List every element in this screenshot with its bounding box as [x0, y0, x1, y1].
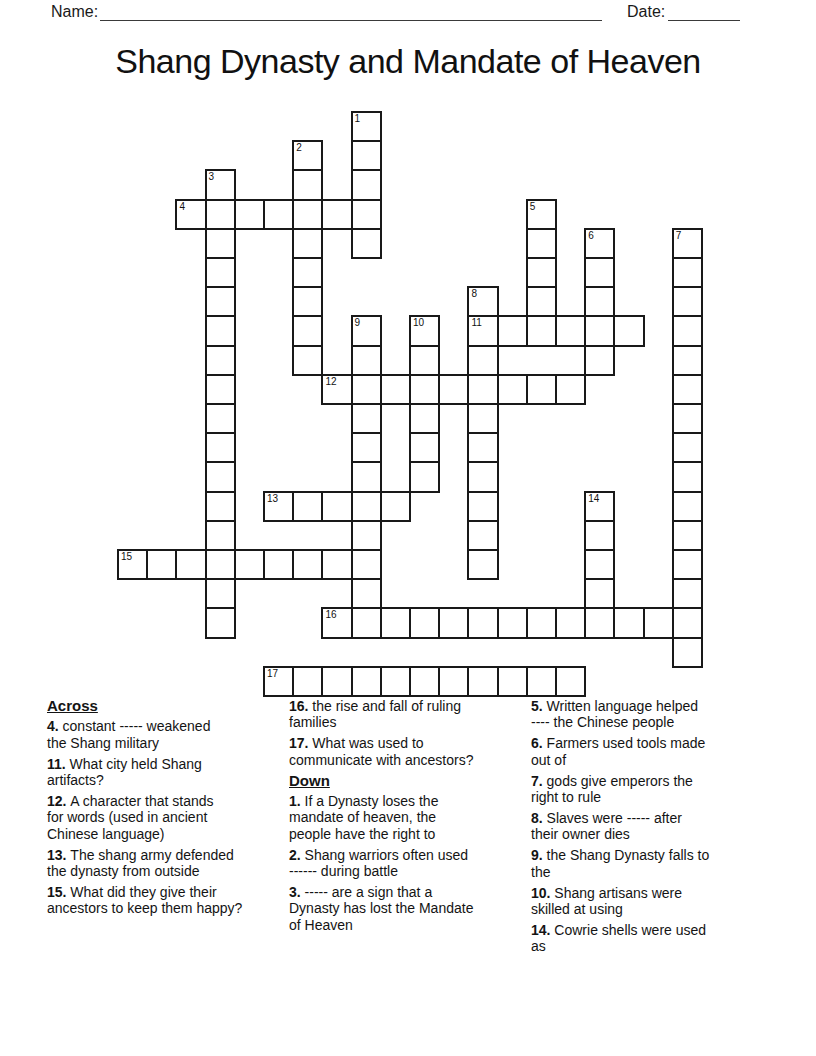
- grid-cell-r18c19[interactable]: [672, 637, 703, 668]
- grid-cell-r14c8[interactable]: [351, 520, 382, 551]
- grid-cell-r17c19[interactable]: [672, 607, 703, 638]
- grid-cell-r16c3[interactable]: [205, 578, 236, 609]
- grid-cell-r19c12[interactable]: [467, 666, 498, 697]
- grid-cell-r15c1[interactable]: [146, 549, 177, 580]
- grid-cell-r12c19[interactable]: [672, 461, 703, 492]
- grid-cell-r13c8[interactable]: [351, 491, 382, 522]
- grid-cell-r4c6[interactable]: [292, 228, 323, 259]
- grid-cell-r7c8[interactable]: 9: [351, 315, 382, 346]
- clue-down-14: 14. Cowrie shells were used as: [531, 922, 773, 955]
- grid-cell-r9c9[interactable]: [380, 374, 411, 405]
- grid-cell-r8c16[interactable]: [584, 345, 615, 376]
- name-label: Name:: [51, 3, 98, 21]
- grid-cell-r5c19[interactable]: [672, 257, 703, 288]
- grid-cell-r17c15[interactable]: [555, 607, 586, 638]
- across-header: Across: [47, 698, 289, 714]
- grid-cell-r17c18[interactable]: [643, 607, 674, 638]
- grid-cell-r19c10[interactable]: [409, 666, 440, 697]
- grid-cell-r13c3[interactable]: [205, 491, 236, 522]
- grid-cell-r6c12[interactable]: 8: [467, 286, 498, 317]
- grid-cell-r13c16[interactable]: 14: [584, 491, 615, 522]
- grid-cell-r2c6[interactable]: [292, 169, 323, 200]
- grid-cell-r9c13[interactable]: [497, 374, 528, 405]
- clue-down-6: 6. Farmers used tools made out of: [531, 735, 773, 768]
- clue-across-15: 15. What did they give their ancestors t…: [47, 884, 289, 917]
- grid-cell-r14c16[interactable]: [584, 520, 615, 551]
- grid-cell-r17c13[interactable]: [497, 607, 528, 638]
- grid-cell-r5c14[interactable]: [526, 257, 557, 288]
- grid-cell-r3c4[interactable]: [234, 199, 265, 230]
- grid-cell-r19c14[interactable]: [526, 666, 557, 697]
- grid-cell-r14c19[interactable]: [672, 520, 703, 551]
- clue-across-17: 17. What was used to communicate with an…: [289, 735, 531, 768]
- grid-cell-r3c14[interactable]: 5: [526, 199, 557, 230]
- grid-cell-r13c9[interactable]: [380, 491, 411, 522]
- grid-cell-r5c3[interactable]: [205, 257, 236, 288]
- grid-cell-r9c15[interactable]: [555, 374, 586, 405]
- grid-cell-r15c6[interactable]: [292, 549, 323, 580]
- grid-cell-r9c10[interactable]: [409, 374, 440, 405]
- clue-across-11: 11. What city held Shang artifacts?: [47, 756, 289, 789]
- grid-cell-r8c10[interactable]: [409, 345, 440, 376]
- cell-number-3: 3: [209, 171, 215, 182]
- grid-cell-r17c14[interactable]: [526, 607, 557, 638]
- grid-cell-r11c12[interactable]: [467, 432, 498, 463]
- grid-cell-r3c5[interactable]: [263, 199, 294, 230]
- grid-cell-r3c2[interactable]: 4: [175, 199, 206, 230]
- grid-cell-r7c6[interactable]: [292, 315, 323, 346]
- grid-cell-r14c12[interactable]: [467, 520, 498, 551]
- grid-cell-r19c6[interactable]: [292, 666, 323, 697]
- grid-cell-r4c3[interactable]: [205, 228, 236, 259]
- grid-cell-r2c8[interactable]: [351, 169, 382, 200]
- grid-cell-r13c5[interactable]: 13: [263, 491, 294, 522]
- grid-cell-r4c8[interactable]: [351, 228, 382, 259]
- grid-cell-r12c12[interactable]: [467, 461, 498, 492]
- grid-cell-r3c7[interactable]: [321, 199, 352, 230]
- grid-cell-r11c10[interactable]: [409, 432, 440, 463]
- cell-number-6: 6: [588, 230, 594, 241]
- grid-cell-r7c13[interactable]: [497, 315, 528, 346]
- grid-cell-r7c17[interactable]: [613, 315, 644, 346]
- cell-number-8: 8: [471, 288, 477, 299]
- grid-cell-r15c8[interactable]: [351, 549, 382, 580]
- grid-cell-r19c15[interactable]: [555, 666, 586, 697]
- grid-cell-r19c9[interactable]: [380, 666, 411, 697]
- grid-cell-r17c12[interactable]: [467, 607, 498, 638]
- grid-cell-r16c16[interactable]: [584, 578, 615, 609]
- grid-cell-r7c16[interactable]: [584, 315, 615, 346]
- grid-cell-r14c3[interactable]: [205, 520, 236, 551]
- clue-down-1: 1. If a Dynasty loses the mandate of hea…: [289, 793, 531, 842]
- grid-cell-r6c3[interactable]: [205, 286, 236, 317]
- cell-number-9: 9: [355, 317, 361, 328]
- grid-cell-r15c2[interactable]: [175, 549, 206, 580]
- grid-cell-r11c19[interactable]: [672, 432, 703, 463]
- grid-cell-r15c16[interactable]: [584, 549, 615, 580]
- grid-cell-r2c3[interactable]: 3: [205, 169, 236, 200]
- grid-cell-r7c19[interactable]: [672, 315, 703, 346]
- cell-number-5: 5: [530, 201, 536, 212]
- grid-cell-r12c10[interactable]: [409, 461, 440, 492]
- cell-number-10: 10: [413, 317, 424, 328]
- grid-cell-r3c3[interactable]: [205, 199, 236, 230]
- grid-cell-r15c3[interactable]: [205, 549, 236, 580]
- grid-cell-r7c10[interactable]: 10: [409, 315, 440, 346]
- clue-down-7: 7. gods give emperors the right to rule: [531, 773, 773, 806]
- cell-number-2: 2: [296, 142, 302, 153]
- grid-cell-r16c19[interactable]: [672, 578, 703, 609]
- page-title: Shang Dynasty and Mandate of Heaven: [0, 42, 816, 81]
- grid-cell-r15c7[interactable]: [321, 549, 352, 580]
- grid-cell-r19c7[interactable]: [321, 666, 352, 697]
- name-write-line[interactable]: [100, 20, 602, 21]
- clue-across-13: 13. The shang army defended the dynasty …: [47, 847, 289, 880]
- grid-cell-r3c6[interactable]: [292, 199, 323, 230]
- grid-cell-r7c12[interactable]: 11: [467, 315, 498, 346]
- grid-cell-r17c11[interactable]: [438, 607, 469, 638]
- cell-number-1: 1: [355, 113, 361, 124]
- grid-cell-r19c5[interactable]: 17: [263, 666, 294, 697]
- cell-number-15: 15: [121, 551, 132, 562]
- grid-cell-r10c12[interactable]: [467, 403, 498, 434]
- grid-cell-r19c13[interactable]: [497, 666, 528, 697]
- cell-number-14: 14: [588, 493, 599, 504]
- grid-cell-r9c14[interactable]: [526, 374, 557, 405]
- grid-cell-r10c19[interactable]: [672, 403, 703, 434]
- grid-cell-r9c7[interactable]: 12: [321, 374, 352, 405]
- grid-cell-r7c14[interactable]: [526, 315, 557, 346]
- grid-cell-r19c11[interactable]: [438, 666, 469, 697]
- grid-cell-r8c19[interactable]: [672, 345, 703, 376]
- grid-cell-r9c12[interactable]: [467, 374, 498, 405]
- clue-down-2: 2. Shang warriors often used ------ duri…: [289, 847, 531, 880]
- date-write-line[interactable]: [668, 20, 740, 21]
- cell-number-7: 7: [676, 230, 682, 241]
- grid-cell-r13c7[interactable]: [321, 491, 352, 522]
- date-label: Date:: [627, 3, 665, 21]
- grid-cell-r11c8[interactable]: [351, 432, 382, 463]
- grid-cell-r8c6[interactable]: [292, 345, 323, 376]
- grid-cell-r7c3[interactable]: [205, 315, 236, 346]
- grid-cell-r15c4[interactable]: [234, 549, 265, 580]
- clue-down-9: 9. the Shang Dynasty falls to the: [531, 847, 773, 880]
- grid-cell-r9c8[interactable]: [351, 374, 382, 405]
- grid-cell-r17c3[interactable]: [205, 607, 236, 638]
- grid-cell-r5c6[interactable]: [292, 257, 323, 288]
- grid-cell-r4c14[interactable]: [526, 228, 557, 259]
- grid-cell-r17c10[interactable]: [409, 607, 440, 638]
- clue-down-10: 10. Shang artisans were skilled at using: [531, 885, 773, 918]
- clue-across-12: 12. A character that stands for words (u…: [47, 793, 289, 842]
- grid-cell-r6c16[interactable]: [584, 286, 615, 317]
- grid-cell-r8c12[interactable]: [467, 345, 498, 376]
- cell-number-17: 17: [267, 668, 278, 679]
- grid-cell-r13c6[interactable]: [292, 491, 323, 522]
- grid-cell-r15c12[interactable]: [467, 549, 498, 580]
- clue-column-1: Across4. constant ----- weakened the Sha…: [47, 698, 289, 921]
- clue-down-8: 8. Slaves were ----- after their owner d…: [531, 810, 773, 843]
- grid-cell-r13c12[interactable]: [467, 491, 498, 522]
- grid-cell-r10c8[interactable]: [351, 403, 382, 434]
- grid-cell-r19c8[interactable]: [351, 666, 382, 697]
- grid-cell-r17c16[interactable]: [584, 607, 615, 638]
- clue-down-5: 5. Written language helped ---- the Chin…: [531, 698, 773, 731]
- grid-cell-r3c8[interactable]: [351, 199, 382, 230]
- grid-cell-r10c3[interactable]: [205, 403, 236, 434]
- grid-cell-r1c8[interactable]: [351, 140, 382, 171]
- grid-cell-r9c11[interactable]: [438, 374, 469, 405]
- clue-column-2: 16. the rise and fall of ruling families…: [289, 698, 531, 938]
- grid-cell-r12c8[interactable]: [351, 461, 382, 492]
- clue-across-16: 16. the rise and fall of ruling families: [289, 698, 531, 731]
- grid-cell-r15c5[interactable]: [263, 549, 294, 580]
- grid-cell-r7c15[interactable]: [555, 315, 586, 346]
- grid-cell-r15c0[interactable]: 15: [117, 549, 148, 580]
- grid-cell-r0c8[interactable]: 1: [351, 111, 382, 142]
- grid-cell-r15c19[interactable]: [672, 549, 703, 580]
- cell-number-12: 12: [325, 376, 336, 387]
- grid-cell-r10c10[interactable]: [409, 403, 440, 434]
- clue-down-3: 3. ----- are a sign that a Dynasty has l…: [289, 884, 531, 933]
- grid-cell-r17c8[interactable]: [351, 607, 382, 638]
- grid-cell-r6c6[interactable]: [292, 286, 323, 317]
- grid-cell-r4c16[interactable]: 6: [584, 228, 615, 259]
- grid-cell-r6c14[interactable]: [526, 286, 557, 317]
- grid-cell-r11c3[interactable]: [205, 432, 236, 463]
- grid-cell-r9c19[interactable]: [672, 374, 703, 405]
- cell-number-4: 4: [179, 201, 185, 212]
- cell-number-13: 13: [267, 493, 278, 504]
- cell-number-11: 11: [471, 317, 481, 328]
- grid-cell-r13c19[interactable]: [672, 491, 703, 522]
- grid-cell-r17c7[interactable]: 16: [321, 607, 352, 638]
- clue-across-4: 4. constant ----- weakened the Shang mil…: [47, 718, 289, 751]
- clue-column-3: 5. Written language helped ---- the Chin…: [531, 698, 773, 959]
- grid-cell-r6c19[interactable]: [672, 286, 703, 317]
- grid-cell-r4c19[interactable]: 7: [672, 228, 703, 259]
- grid-cell-r12c3[interactable]: [205, 461, 236, 492]
- worksheet-page: Name: Date: Shang Dynasty and Mandate of…: [0, 0, 816, 1056]
- crossword-grid: 1234567891011121314151617: [117, 111, 703, 697]
- down-header: Down: [289, 773, 531, 789]
- grid-cell-r8c3[interactable]: [205, 345, 236, 376]
- grid-cell-r9c3[interactable]: [205, 374, 236, 405]
- grid-cell-r17c9[interactable]: [380, 607, 411, 638]
- grid-cell-r1c6[interactable]: 2: [292, 140, 323, 171]
- grid-cell-r16c8[interactable]: [351, 578, 382, 609]
- grid-cell-r5c16[interactable]: [584, 257, 615, 288]
- cell-number-16: 16: [325, 609, 336, 620]
- grid-cell-r8c8[interactable]: [351, 345, 382, 376]
- grid-cell-r17c17[interactable]: [613, 607, 644, 638]
